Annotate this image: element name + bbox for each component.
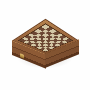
product-photo <box>0 0 90 90</box>
square-h1 <box>42 48 48 50</box>
brass-clasp <box>19 52 24 58</box>
